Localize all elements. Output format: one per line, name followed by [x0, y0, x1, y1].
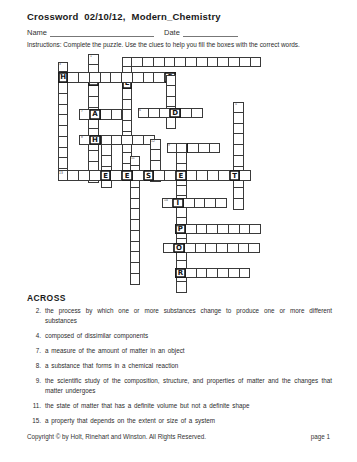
cell[interactable]: R [175, 268, 186, 279]
cell[interactable] [197, 170, 208, 181]
across-header: ACROSS [27, 293, 66, 303]
clue-item-number: 2. [27, 306, 45, 325]
clue-item-number: 9. [27, 376, 45, 395]
row-13: 13EESET [58, 170, 252, 181]
cell[interactable] [101, 145, 112, 156]
cell[interactable] [165, 170, 176, 181]
cell[interactable] [163, 243, 174, 254]
clue-number: 7 [81, 109, 83, 112]
cell[interactable] [197, 268, 208, 279]
col-sd [166, 75, 177, 129]
clue-item-text: the scientific study of the composition,… [45, 376, 332, 395]
cell[interactable] [249, 243, 260, 254]
hint-letter: R [176, 269, 185, 278]
cell[interactable] [130, 188, 141, 199]
cell[interactable]: I [173, 198, 184, 209]
hint-letter: E [122, 171, 132, 180]
cell[interactable] [185, 243, 196, 254]
cell[interactable] [166, 97, 177, 108]
cell[interactable] [130, 231, 141, 242]
cell[interactable]: S [144, 170, 155, 181]
cell[interactable] [228, 243, 239, 254]
cell[interactable] [122, 110, 133, 121]
cell[interactable] [218, 57, 229, 68]
cell[interactable] [101, 109, 112, 120]
cell[interactable] [192, 108, 203, 119]
cell[interactable] [199, 143, 210, 154]
clue-number: 13 [59, 171, 63, 174]
row-r: R [175, 268, 250, 279]
cell[interactable] [233, 156, 244, 167]
cell[interactable] [130, 242, 141, 253]
cell[interactable] [68, 170, 79, 181]
cell[interactable] [130, 220, 141, 231]
cell[interactable] [133, 135, 144, 146]
cell[interactable] [111, 72, 122, 83]
clue-item: 11.the state of matter that has a defini… [27, 401, 332, 411]
cell[interactable] [122, 100, 133, 111]
cell[interactable]: T [230, 170, 241, 181]
clue-number: 8 [81, 135, 83, 138]
cell[interactable] [154, 170, 165, 181]
col-5: 5 [233, 102, 244, 210]
cell[interactable] [218, 268, 229, 279]
cell[interactable] [79, 170, 90, 181]
cell[interactable]: O [174, 243, 185, 254]
cell[interactable] [101, 72, 112, 83]
cell[interactable] [112, 135, 123, 146]
cell[interactable] [58, 137, 69, 148]
cell[interactable] [229, 224, 240, 235]
cell[interactable] [133, 72, 144, 83]
cell[interactable] [144, 72, 155, 83]
cell[interactable] [130, 199, 141, 210]
cell[interactable]: E [122, 170, 133, 181]
cell[interactable] [207, 268, 218, 279]
cell[interactable] [166, 86, 177, 97]
cell[interactable] [207, 224, 218, 235]
cell[interactable]: E [101, 170, 112, 181]
cell[interactable]: H4 [58, 72, 69, 83]
cell[interactable] [208, 170, 219, 181]
clue-item: 4.composed of dissimilar components [27, 331, 332, 341]
clue-item-number: 15. [27, 416, 45, 426]
cell[interactable] [132, 57, 143, 68]
cell[interactable] [130, 209, 141, 220]
cell[interactable]: 11 [130, 156, 141, 167]
cell[interactable]: 8 [79, 135, 90, 146]
cell[interactable] [219, 170, 230, 181]
clue-item-text: the state of matter that has a definite … [45, 401, 332, 411]
cell[interactable] [122, 72, 133, 83]
cell[interactable] [233, 134, 244, 145]
across-9: 9I [167, 143, 221, 154]
cell[interactable]: 1 [88, 54, 99, 65]
cell[interactable] [166, 75, 177, 86]
cell[interactable] [111, 170, 122, 181]
clue-number: 9 [168, 143, 170, 146]
cell[interactable] [186, 224, 197, 235]
cell[interactable] [181, 108, 192, 119]
clue-item: 9.the scientific study of the compositio… [27, 376, 332, 395]
cell[interactable]: P15 [175, 224, 186, 235]
cell[interactable] [112, 109, 123, 120]
cell[interactable] [240, 57, 251, 68]
clue-item: 7.a measure of the amount of matter in a… [27, 346, 332, 356]
across-15: P15 [175, 224, 261, 235]
cell[interactable] [208, 57, 219, 68]
cell[interactable] [195, 198, 206, 209]
cell[interactable] [197, 57, 208, 68]
cell[interactable] [88, 119, 99, 130]
clue-item-text: composed of dissimilar components [45, 331, 332, 341]
worksheet-page: Crossword 02/10/12, Modern_Chemistry Nam… [0, 0, 357, 462]
cell[interactable] [79, 72, 90, 83]
clue-number: 1 [90, 54, 92, 57]
crossword-grid: C2E1E3H4S56D7A8HM129I1113EESET14IP15OR [0, 0, 357, 300]
cell[interactable] [88, 86, 99, 97]
cell[interactable] [176, 143, 187, 154]
cell[interactable]: 7 [79, 109, 90, 120]
clue-number: 3 [59, 62, 61, 65]
cell[interactable] [240, 170, 251, 181]
cell[interactable] [176, 207, 187, 218]
cell[interactable] [186, 57, 197, 68]
clue-item-text: the process by which one or more substan… [45, 306, 332, 325]
cell[interactable] [233, 124, 244, 135]
clue-item-number: 8. [27, 361, 45, 371]
cell[interactable] [90, 170, 101, 181]
cell[interactable]: A [90, 109, 101, 120]
cell[interactable] [188, 143, 199, 154]
cell[interactable] [176, 186, 187, 197]
clue-number: 4 [59, 72, 61, 75]
cell[interactable] [205, 198, 216, 209]
cell[interactable] [101, 135, 112, 146]
cell[interactable] [88, 97, 99, 108]
cell[interactable] [251, 57, 262, 68]
cell[interactable] [130, 252, 141, 263]
cell[interactable]: 12 [150, 139, 161, 150]
cell[interactable] [58, 115, 69, 126]
cell[interactable] [239, 243, 250, 254]
cell[interactable] [206, 243, 217, 254]
hint-letter: O [174, 244, 184, 253]
cell[interactable] [229, 57, 240, 68]
cell[interactable] [217, 243, 228, 254]
cell[interactable] [218, 224, 229, 235]
clue-item: 15.a property that depends on the extent… [27, 416, 332, 426]
cell[interactable] [176, 153, 187, 164]
clue-number: 11 [131, 156, 135, 159]
hint-letter: S [144, 171, 154, 180]
cell[interactable] [233, 199, 244, 210]
clue-item-number: 7. [27, 346, 45, 356]
cell[interactable] [233, 113, 244, 124]
clue-item: 2.the process by which one or more subst… [27, 306, 332, 325]
cell[interactable] [166, 118, 177, 129]
cell[interactable] [216, 198, 227, 209]
hint-letter: T [230, 171, 240, 180]
cell[interactable] [187, 170, 198, 181]
cell[interactable]: 5 [233, 102, 244, 113]
cell[interactable]: H [90, 135, 101, 146]
cell[interactable] [184, 198, 195, 209]
cell[interactable] [58, 105, 69, 116]
clue-number: 5 [235, 102, 237, 105]
cell[interactable] [240, 268, 251, 279]
clue-item-text: a measure of the amount of matter in an … [45, 346, 332, 356]
cell[interactable] [160, 108, 171, 119]
cell[interactable] [122, 89, 133, 100]
row-o: O [163, 243, 260, 254]
clue-item-number: 4. [27, 331, 45, 341]
cell[interactable] [233, 188, 244, 199]
across-2: C2 [122, 57, 262, 68]
cell[interactable] [210, 143, 221, 154]
cell[interactable] [130, 274, 141, 285]
cell[interactable] [197, 224, 208, 235]
cell[interactable] [176, 282, 187, 293]
cell[interactable] [175, 57, 186, 68]
across-4: H4S [58, 72, 176, 83]
page-number: page 1 [311, 433, 330, 440]
cell[interactable] [122, 121, 133, 132]
hint-letter: D [170, 109, 180, 118]
cell[interactable] [165, 57, 176, 68]
hint-letter: I [173, 199, 183, 208]
hint-letter: H [90, 136, 100, 145]
cell[interactable] [90, 72, 101, 83]
hint-letter: E [176, 171, 186, 180]
cell[interactable]: E [176, 170, 187, 181]
cell[interactable] [154, 57, 165, 68]
cell[interactable] [122, 135, 133, 146]
across-14: 14I [162, 198, 227, 209]
clue-item-text: a property that depends on the extent or… [45, 416, 332, 426]
cell[interactable] [122, 57, 133, 68]
hint-letter: E [101, 171, 111, 180]
cell[interactable] [233, 145, 244, 156]
clue-item-number: 11. [27, 401, 45, 411]
cell[interactable] [250, 224, 261, 235]
across-clue-list: 2.the process by which one or more subst… [27, 306, 332, 432]
cell[interactable] [130, 263, 141, 274]
clue-number: 12 [151, 139, 155, 142]
cell[interactable] [58, 94, 69, 105]
cell[interactable]: D [170, 108, 181, 119]
cell[interactable] [88, 151, 99, 162]
cell[interactable] [58, 158, 69, 169]
across-8: 8HM [79, 135, 154, 146]
cell[interactable] [150, 150, 161, 161]
clue-number: 14 [164, 198, 168, 201]
cell[interactable] [240, 224, 251, 235]
hint-letter: A [90, 110, 100, 119]
cell[interactable] [68, 72, 79, 83]
cell[interactable] [186, 268, 197, 279]
cell[interactable] [154, 72, 165, 83]
copyright-text: Copyright © by Holt, Rinehart and Winsto… [27, 433, 206, 440]
page-footer: Copyright © by Holt, Rinehart and Winsto… [27, 433, 330, 440]
cell[interactable] [58, 148, 69, 159]
cell[interactable]: 14 [162, 198, 173, 209]
cell[interactable] [133, 170, 144, 181]
cell[interactable]: 6 [138, 108, 149, 119]
cell[interactable] [149, 108, 160, 119]
cell[interactable] [58, 83, 69, 94]
cell[interactable] [101, 156, 112, 167]
cell[interactable]: 13 [58, 170, 69, 181]
cell[interactable] [143, 57, 154, 68]
cell[interactable] [196, 243, 207, 254]
clue-number: 6 [139, 108, 141, 111]
cell[interactable] [229, 268, 240, 279]
clue-item: 8.a substance that forms in a chemical r… [27, 361, 332, 371]
clue-number: 15 [176, 224, 180, 227]
clue-item-text: a substance that forms in a chemical rea… [45, 361, 332, 371]
cell[interactable] [58, 126, 69, 137]
across-6: 6D [138, 108, 203, 119]
across-7: 7A [79, 109, 122, 120]
